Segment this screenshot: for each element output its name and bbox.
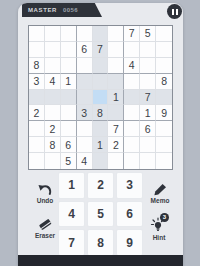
hint-count-badge: 3 (160, 213, 169, 222)
undo-button[interactable]: Undo (30, 184, 60, 204)
cell-r8c7[interactable] (124, 137, 140, 153)
cell-r8c2[interactable]: 8 (45, 137, 61, 153)
cell-r1c4[interactable] (77, 26, 93, 42)
cell-r1c8[interactable]: 5 (140, 26, 156, 42)
cell-r1c7[interactable]: 7 (124, 26, 140, 42)
cell-r3c5[interactable] (93, 58, 109, 74)
cell-r4c4[interactable] (77, 74, 93, 90)
cell-r3c6[interactable] (108, 58, 124, 74)
cell-r9c9[interactable] (156, 153, 172, 169)
hint-button[interactable]: 3 Hint (144, 216, 174, 241)
cell-r1c1[interactable] (29, 26, 45, 42)
hint-label: Hint (144, 234, 174, 241)
cell-r4c6[interactable] (108, 74, 124, 90)
cell-r8c9[interactable] (156, 137, 172, 153)
cell-r7c3[interactable] (61, 121, 77, 137)
cell-r7c6[interactable]: 7 (108, 121, 124, 137)
cell-r4c8[interactable] (140, 74, 156, 90)
cell-r5c4[interactable] (77, 90, 93, 106)
cell-r1c2[interactable] (45, 26, 61, 42)
cell-r2c9[interactable] (156, 42, 172, 58)
cell-r1c5[interactable] (93, 26, 109, 42)
cell-r2c1[interactable] (29, 42, 45, 58)
cell-r8c4[interactable] (77, 137, 93, 153)
cell-r5c5[interactable] (93, 90, 109, 106)
cell-r5c1[interactable] (29, 90, 45, 106)
eraser-button[interactable]: Eraser (30, 217, 60, 239)
numpad-4[interactable]: 4 (58, 201, 85, 228)
cell-r4c2[interactable]: 4 (45, 74, 61, 90)
cell-r7c2[interactable]: 2 (45, 121, 61, 137)
cell-r7c4[interactable] (77, 121, 93, 137)
cell-r5c3[interactable] (61, 90, 77, 106)
cell-r2c3[interactable] (61, 42, 77, 58)
eraser-label: Eraser (30, 232, 60, 239)
difficulty-label: MASTER (28, 7, 57, 13)
cell-r4c5[interactable] (93, 74, 109, 90)
memo-label: Memo (145, 197, 175, 204)
device-bottom-bar (18, 255, 183, 266)
cell-r2c6[interactable] (108, 42, 124, 58)
cell-r4c7[interactable] (124, 74, 140, 90)
cell-r2c2[interactable] (45, 42, 61, 58)
undo-label: Undo (30, 197, 60, 204)
cell-r9c4[interactable]: 4 (77, 153, 93, 169)
cell-r9c8[interactable] (140, 153, 156, 169)
cell-r1c9[interactable] (156, 26, 172, 42)
cell-r7c7[interactable] (124, 121, 140, 137)
cell-r6c1[interactable]: 2 (29, 105, 45, 121)
cell-r6c8[interactable]: 1 (140, 105, 156, 121)
cell-r2c4[interactable]: 6 (77, 42, 93, 58)
pause-icon (176, 9, 178, 15)
memo-button[interactable]: Memo (145, 183, 175, 204)
cell-r8c8[interactable] (140, 137, 156, 153)
pause-icon (172, 9, 174, 15)
cell-r7c5[interactable] (93, 121, 109, 137)
cell-r7c9[interactable] (156, 121, 172, 137)
cell-r5c9[interactable] (156, 90, 172, 106)
cell-r3c7[interactable]: 4 (124, 58, 140, 74)
cell-r8c5[interactable]: 1 (93, 137, 109, 153)
cell-r8c1[interactable] (29, 137, 45, 153)
cell-r2c8[interactable] (140, 42, 156, 58)
numpad-1[interactable]: 1 (58, 172, 85, 199)
numpad-3[interactable]: 3 (116, 172, 143, 199)
cell-r1c3[interactable] (61, 26, 77, 42)
app-screenshot: MASTER 0056 75678434181723819276861254 U… (0, 0, 200, 266)
cell-r9c3[interactable]: 5 (61, 153, 77, 169)
cell-r9c2[interactable] (45, 153, 61, 169)
cell-r3c2[interactable] (45, 58, 61, 74)
numpad-9[interactable]: 9 (116, 229, 143, 256)
cell-r3c4[interactable] (77, 58, 93, 74)
cell-r3c9[interactable] (156, 58, 172, 74)
pause-button[interactable] (167, 4, 182, 19)
cell-r5c6[interactable]: 1 (108, 90, 124, 106)
cell-r6c4[interactable]: 3 (77, 105, 93, 121)
cell-r3c8[interactable] (140, 58, 156, 74)
cell-r1c6[interactable] (108, 26, 124, 42)
cell-r6c5[interactable]: 8 (93, 105, 109, 121)
cell-r9c1[interactable] (29, 153, 45, 169)
sudoku-board: 75678434181723819276861254 (28, 25, 173, 170)
cell-r5c7[interactable] (124, 90, 140, 106)
cell-r7c1[interactable] (29, 121, 45, 137)
cell-r4c9[interactable]: 8 (156, 74, 172, 90)
cell-r4c3[interactable]: 1 (61, 74, 77, 90)
cell-r8c6[interactable]: 2 (108, 137, 124, 153)
cell-r2c5[interactable]: 7 (93, 42, 109, 58)
cell-r6c2[interactable] (45, 105, 61, 121)
pencil-icon (153, 183, 167, 196)
cell-r3c1[interactable]: 8 (29, 58, 45, 74)
header-tab: MASTER 0056 (22, 3, 102, 17)
number-pad: 123456789 (58, 172, 143, 256)
cell-r8c3[interactable]: 6 (61, 137, 77, 153)
numpad-8[interactable]: 8 (87, 229, 114, 256)
cell-r9c6[interactable] (108, 153, 124, 169)
phone-screen: MASTER 0056 75678434181723819276861254 U… (18, 3, 183, 266)
cell-r6c3[interactable] (61, 105, 77, 121)
cell-r4c1[interactable]: 3 (29, 74, 45, 90)
cell-r5c2[interactable] (45, 90, 61, 106)
cell-r9c5[interactable] (93, 153, 109, 169)
cell-r7c8[interactable]: 6 (140, 121, 156, 137)
cell-r9c7[interactable] (124, 153, 140, 169)
numpad-7[interactable]: 7 (58, 229, 85, 256)
cell-r6c6[interactable] (108, 105, 124, 121)
undo-icon (38, 184, 53, 196)
cell-r6c9[interactable]: 9 (156, 105, 172, 121)
numpad-5[interactable]: 5 (87, 201, 114, 228)
cell-r5c8[interactable]: 7 (140, 90, 156, 106)
cell-r2c7[interactable] (124, 42, 140, 58)
cell-r3c3[interactable] (61, 58, 77, 74)
eraser-icon (37, 217, 53, 231)
numpad-6[interactable]: 6 (116, 201, 143, 228)
numpad-2[interactable]: 2 (87, 172, 114, 199)
cell-r6c7[interactable] (124, 105, 140, 121)
puzzle-number: 0056 (63, 7, 78, 13)
